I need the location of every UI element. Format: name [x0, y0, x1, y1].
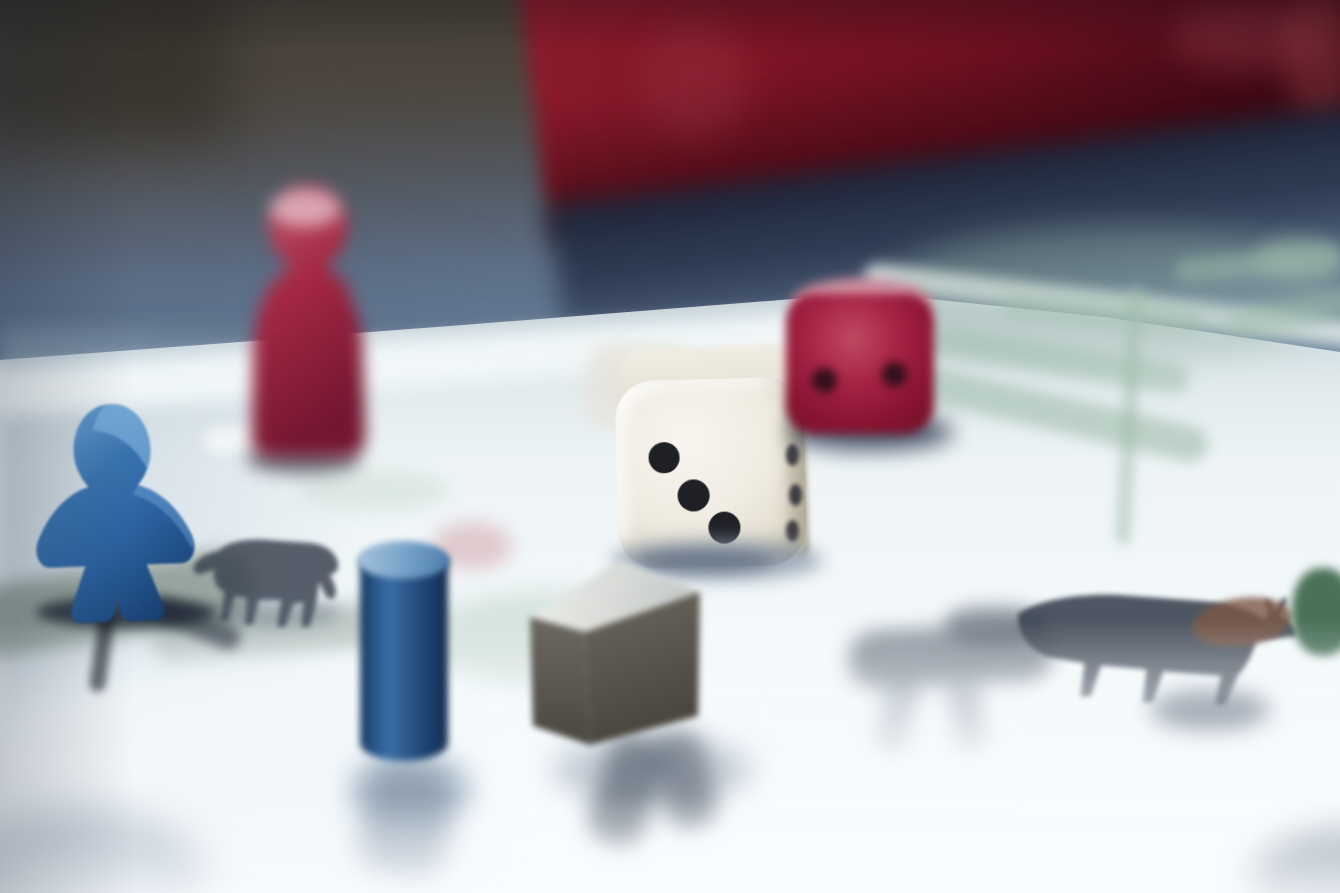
board-game-photo-scene: [0, 0, 1340, 893]
vignette-overlay: [0, 0, 1340, 893]
